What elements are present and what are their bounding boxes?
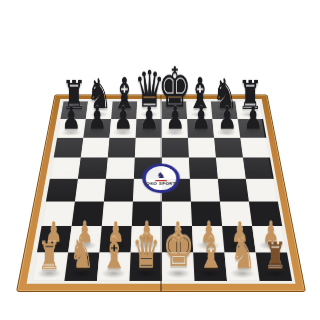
piece-black-pawn: ♟ [139, 102, 158, 134]
piece-black-pawn: ♟ [61, 102, 80, 134]
piece-black-pawn: ♟ [165, 102, 184, 134]
square-e7: ♟ [162, 119, 188, 138]
watermark-knight-icon: ♞ [156, 171, 165, 179]
square-c1: ♝ [97, 252, 131, 281]
square-h6 [240, 138, 270, 158]
square-c4 [104, 179, 134, 202]
chess-board: ♜♞♝♛♚♝♞♜♟♟♟♟♟♟♟♟♟♟♟♟♟♟♟♟♜♞♝♛♚♝♞♜ ♞ TOKO … [16, 95, 306, 292]
piece-white-rook: ♜ [264, 238, 287, 275]
square-f5 [189, 157, 218, 178]
shop-watermark: ♞ TOKO SPORTS [142, 164, 180, 193]
square-e1: ♚ [162, 252, 195, 281]
watermark-text: TOKO SPORTS [143, 182, 179, 185]
square-c5 [106, 157, 135, 178]
square-a7: ♟ [57, 119, 86, 138]
square-f7: ♟ [187, 119, 214, 138]
square-d7: ♟ [136, 119, 162, 138]
board-frame: ♜♞♝♛♚♝♞♜♟♟♟♟♟♟♟♟♟♟♟♟♟♟♟♟♜♞♝♛♚♝♞♜ ♞ TOKO … [16, 95, 306, 292]
piece-white-rook: ♜ [38, 238, 61, 275]
square-b1: ♞ [64, 252, 99, 281]
square-f1: ♝ [193, 252, 227, 281]
square-g6 [214, 138, 243, 158]
square-c7: ♟ [109, 119, 136, 138]
square-b6 [81, 138, 110, 158]
square-b4 [75, 179, 106, 202]
square-a4 [46, 179, 78, 202]
piece-black-pawn: ♟ [87, 102, 106, 134]
square-f6 [188, 138, 216, 158]
piece-black-pawn: ♟ [243, 102, 262, 134]
square-g5 [216, 157, 246, 178]
square-a1: ♜ [32, 252, 68, 281]
square-f4 [190, 179, 220, 202]
square-a5 [50, 157, 81, 178]
square-g4 [218, 179, 249, 202]
product-photo-canvas: ♜♞♝♛♚♝♞♜♟♟♟♟♟♟♟♟♟♟♟♟♟♟♟♟♜♞♝♛♚♝♞♜ ♞ TOKO … [0, 0, 320, 320]
piece-white-bishop: ♝ [100, 232, 126, 275]
piece-white-king: ♚ [162, 222, 194, 275]
piece-white-knight: ♞ [230, 234, 255, 275]
board-scene: ♜♞♝♛♚♝♞♜♟♟♟♟♟♟♟♟♟♟♟♟♟♟♟♟♜♞♝♛♚♝♞♜ ♞ TOKO … [16, 2, 306, 292]
piece-black-pawn: ♟ [113, 102, 132, 134]
piece-white-queen: ♛ [132, 228, 161, 275]
square-g1: ♞ [224, 252, 259, 281]
square-h1: ♜ [256, 252, 292, 281]
square-h4 [246, 179, 278, 202]
piece-white-bishop: ♝ [197, 232, 223, 275]
piece-white-knight: ♞ [69, 234, 94, 275]
square-b7: ♟ [83, 119, 111, 138]
piece-black-pawn: ♟ [191, 102, 210, 134]
square-e6 [162, 138, 189, 158]
square-h7: ♟ [238, 119, 267, 138]
piece-black-pawn: ♟ [217, 102, 236, 134]
square-b5 [78, 157, 108, 178]
square-h5 [243, 157, 274, 178]
square-d1: ♛ [129, 252, 162, 281]
square-d6 [135, 138, 162, 158]
square-g7: ♟ [212, 119, 240, 138]
square-c6 [108, 138, 136, 158]
square-a6 [54, 138, 84, 158]
